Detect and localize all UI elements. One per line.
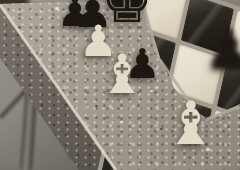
chess-photo: ♟♟♚♟♟♟♝♝ — [0, 0, 240, 170]
granite-speck — [120, 121, 123, 123]
granite-speck — [177, 70, 179, 71]
white-bishop-center-bishop: ♝ — [98, 48, 146, 102]
granite-speck — [160, 128, 163, 130]
black-piece-blurred-unknown: ♟ — [204, 22, 240, 78]
white-bishop-right-bishop: ♝ — [164, 93, 218, 153]
granite-speck — [150, 90, 153, 92]
